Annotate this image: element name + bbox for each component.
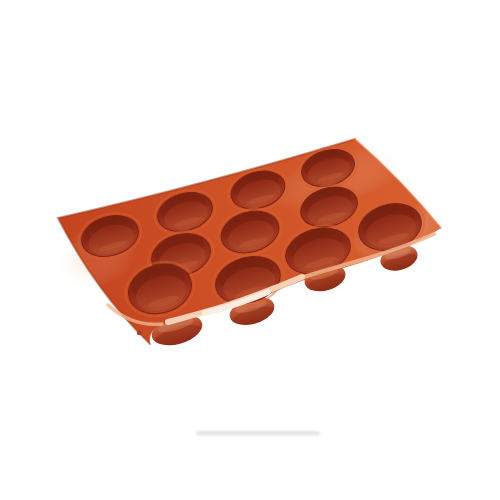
watermark-smudge — [196, 431, 320, 436]
product-photo — [0, 0, 500, 500]
corner-hole — [137, 331, 141, 335]
muffin-mould-illustration — [0, 0, 500, 500]
